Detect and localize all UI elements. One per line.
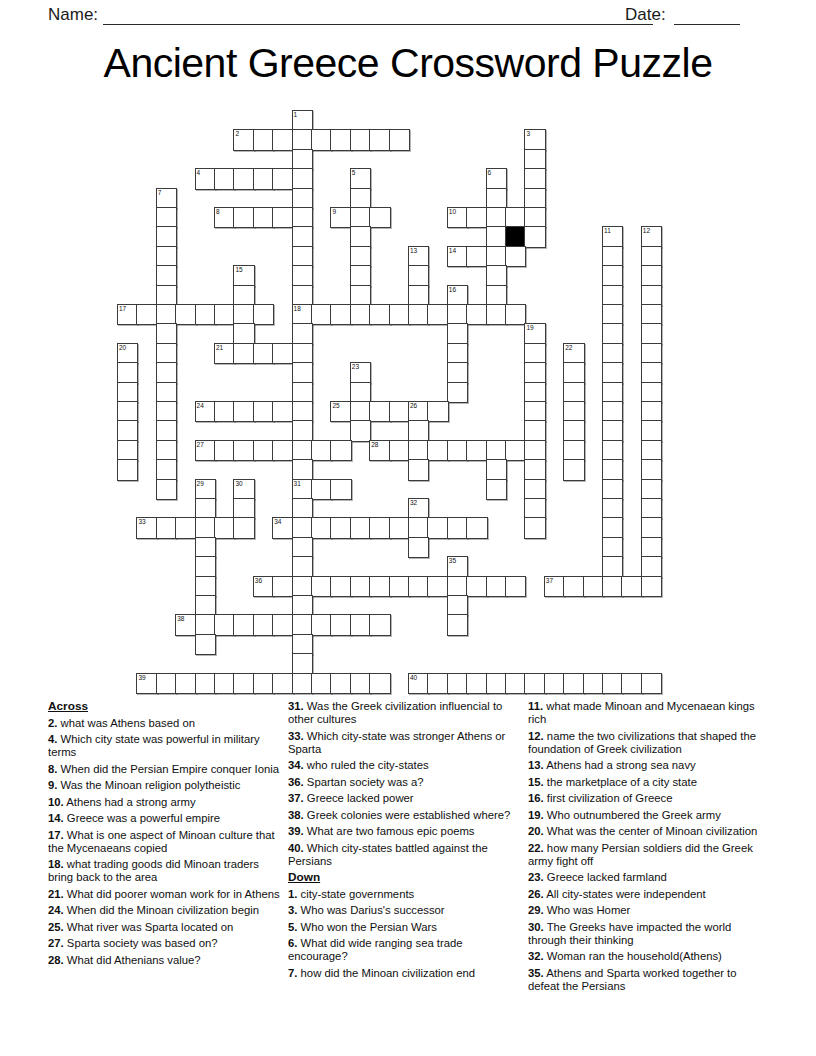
cell-r17c8[interactable] bbox=[272, 440, 293, 461]
cell-r10c4[interactable] bbox=[195, 304, 216, 325]
cell-r10c2[interactable] bbox=[156, 304, 177, 325]
cell-r8c19[interactable] bbox=[486, 265, 507, 286]
cell-r28c9[interactable] bbox=[292, 653, 313, 674]
cell-r18c23[interactable] bbox=[563, 459, 584, 480]
cell-r15c0[interactable] bbox=[117, 401, 138, 422]
cell-r24c26[interactable] bbox=[621, 576, 642, 597]
cell-r21c17[interactable] bbox=[447, 517, 468, 538]
cell-r4c19[interactable] bbox=[486, 188, 507, 209]
cell-r26c13[interactable] bbox=[369, 614, 390, 635]
cell-r15c12[interactable] bbox=[350, 401, 371, 422]
cell-r21c16[interactable] bbox=[427, 517, 448, 538]
cell-r24c23[interactable] bbox=[563, 576, 584, 597]
cell-r17c5[interactable] bbox=[214, 440, 235, 461]
cell-r11c9[interactable] bbox=[292, 323, 313, 344]
cell-r29c3[interactable] bbox=[175, 673, 196, 694]
cell-r4c2[interactable]: 7 bbox=[156, 188, 177, 209]
cell-r29c26[interactable] bbox=[621, 673, 642, 694]
cell-r29c24[interactable] bbox=[583, 673, 604, 694]
cell-r12c5[interactable]: 21 bbox=[214, 343, 235, 364]
cell-r21c10[interactable] bbox=[311, 517, 332, 538]
cell-r1c14[interactable] bbox=[389, 129, 410, 150]
cell-r7c17[interactable]: 14 bbox=[447, 246, 468, 267]
cell-r23c17[interactable]: 35 bbox=[447, 556, 468, 577]
cell-r24c4[interactable] bbox=[195, 576, 216, 597]
cell-r8c2[interactable] bbox=[156, 265, 177, 286]
cell-r8c25[interactable] bbox=[602, 265, 623, 286]
cell-r1c21[interactable]: 3 bbox=[524, 129, 545, 150]
cell-r21c25[interactable] bbox=[602, 517, 623, 538]
cell-r8c9[interactable] bbox=[292, 265, 313, 286]
cell-r22c15[interactable] bbox=[408, 537, 429, 558]
cell-r14c2[interactable] bbox=[156, 382, 177, 403]
cell-r5c6[interactable] bbox=[233, 207, 254, 228]
cell-r3c7[interactable] bbox=[253, 168, 274, 189]
cell-r26c6[interactable] bbox=[233, 614, 254, 635]
cell-r14c9[interactable] bbox=[292, 382, 313, 403]
cell-r15c23[interactable] bbox=[563, 401, 584, 422]
cell-r29c20[interactable] bbox=[505, 673, 526, 694]
cell-r9c19[interactable] bbox=[486, 285, 507, 306]
cell-r14c12[interactable] bbox=[350, 382, 371, 403]
cell-r8c27[interactable] bbox=[641, 265, 662, 286]
cell-r24c18[interactable] bbox=[466, 576, 487, 597]
cell-r29c23[interactable] bbox=[563, 673, 584, 694]
cell-r15c13[interactable] bbox=[369, 401, 390, 422]
cell-r12c23[interactable]: 22 bbox=[563, 343, 584, 364]
cell-r10c14[interactable] bbox=[389, 304, 410, 325]
cell-r24c7[interactable]: 36 bbox=[253, 576, 274, 597]
cell-r21c21[interactable] bbox=[524, 517, 545, 538]
cell-r5c13[interactable] bbox=[369, 207, 390, 228]
cell-r19c25[interactable] bbox=[602, 479, 623, 500]
cell-r11c17[interactable] bbox=[447, 323, 468, 344]
cell-r17c4[interactable]: 27 bbox=[195, 440, 216, 461]
cell-r20c6[interactable] bbox=[233, 498, 254, 519]
cell-r6c12[interactable] bbox=[350, 226, 371, 247]
cell-r12c7[interactable] bbox=[253, 343, 274, 364]
cell-r5c12[interactable] bbox=[350, 207, 371, 228]
cell-r16c12[interactable] bbox=[350, 420, 371, 441]
cell-r10c15[interactable] bbox=[408, 304, 429, 325]
cell-r29c15[interactable]: 40 bbox=[408, 673, 429, 694]
cell-r10c0[interactable]: 17 bbox=[117, 304, 138, 325]
cell-r3c9[interactable] bbox=[292, 168, 313, 189]
cell-r24c20[interactable] bbox=[505, 576, 526, 597]
cell-r15c4[interactable]: 24 bbox=[195, 401, 216, 422]
cell-r29c4[interactable] bbox=[195, 673, 216, 694]
cell-r22c27[interactable] bbox=[641, 537, 662, 558]
cell-r19c4[interactable]: 29 bbox=[195, 479, 216, 500]
cell-r26c4[interactable] bbox=[195, 614, 216, 635]
cell-r3c12[interactable]: 5 bbox=[350, 168, 371, 189]
cell-r24c13[interactable] bbox=[369, 576, 390, 597]
cell-r15c9[interactable] bbox=[292, 401, 313, 422]
cell-r26c8[interactable] bbox=[272, 614, 293, 635]
cell-r21c15[interactable] bbox=[408, 517, 429, 538]
cell-r18c21[interactable] bbox=[524, 459, 545, 480]
cell-r29c27[interactable] bbox=[641, 673, 662, 694]
cell-r17c10[interactable] bbox=[311, 440, 332, 461]
cell-r26c5[interactable] bbox=[214, 614, 235, 635]
cell-r10c18[interactable] bbox=[466, 304, 487, 325]
cell-r18c9[interactable] bbox=[292, 459, 313, 480]
cell-r10c25[interactable] bbox=[602, 304, 623, 325]
cell-r12c25[interactable] bbox=[602, 343, 623, 364]
cell-r25c4[interactable] bbox=[195, 595, 216, 616]
cell-r23c9[interactable] bbox=[292, 556, 313, 577]
cell-r4c9[interactable] bbox=[292, 188, 313, 209]
cell-r5c11[interactable]: 9 bbox=[330, 207, 351, 228]
cell-r7c12[interactable] bbox=[350, 246, 371, 267]
cell-r6c21[interactable] bbox=[524, 226, 545, 247]
cell-r10c10[interactable] bbox=[311, 304, 332, 325]
cell-r7c19[interactable] bbox=[486, 246, 507, 267]
cell-r29c10[interactable] bbox=[311, 673, 332, 694]
cell-r12c21[interactable] bbox=[524, 343, 545, 364]
cell-r5c9[interactable] bbox=[292, 207, 313, 228]
cell-r23c25[interactable] bbox=[602, 556, 623, 577]
cell-r1c8[interactable] bbox=[272, 129, 293, 150]
cell-r14c17[interactable] bbox=[447, 382, 468, 403]
cell-r22c25[interactable] bbox=[602, 537, 623, 558]
date-input-line[interactable] bbox=[674, 4, 740, 25]
cell-r19c11[interactable] bbox=[330, 479, 351, 500]
cell-r5c20[interactable] bbox=[505, 207, 526, 228]
cell-r19c19[interactable] bbox=[486, 479, 507, 500]
cell-r26c10[interactable] bbox=[311, 614, 332, 635]
cell-r11c27[interactable] bbox=[641, 323, 662, 344]
cell-r9c15[interactable] bbox=[408, 285, 429, 306]
cell-r14c25[interactable] bbox=[602, 382, 623, 403]
cell-r5c19[interactable] bbox=[486, 207, 507, 228]
cell-r24c17[interactable] bbox=[447, 576, 468, 597]
cell-r24c25[interactable] bbox=[602, 576, 623, 597]
cell-r17c19[interactable] bbox=[486, 440, 507, 461]
cell-r12c9[interactable] bbox=[292, 343, 313, 364]
cell-r17c23[interactable] bbox=[563, 440, 584, 461]
cell-r3c8[interactable] bbox=[272, 168, 293, 189]
cell-r29c11[interactable] bbox=[330, 673, 351, 694]
cell-r17c21[interactable] bbox=[524, 440, 545, 461]
cell-r18c0[interactable] bbox=[117, 459, 138, 480]
cell-r10c17[interactable] bbox=[447, 304, 468, 325]
cell-r6c9[interactable] bbox=[292, 226, 313, 247]
cell-r7c2[interactable] bbox=[156, 246, 177, 267]
cell-r24c19[interactable] bbox=[486, 576, 507, 597]
cell-r26c11[interactable] bbox=[330, 614, 351, 635]
cell-r21c18[interactable] bbox=[466, 517, 487, 538]
cell-r11c21[interactable]: 19 bbox=[524, 323, 545, 344]
cell-r26c7[interactable] bbox=[253, 614, 274, 635]
cell-r10c20[interactable] bbox=[505, 304, 526, 325]
cell-r13c12[interactable]: 23 bbox=[350, 362, 371, 383]
cell-r29c18[interactable] bbox=[466, 673, 487, 694]
cell-r21c11[interactable] bbox=[330, 517, 351, 538]
cell-r19c21[interactable] bbox=[524, 479, 545, 500]
cell-r7c27[interactable] bbox=[641, 246, 662, 267]
cell-r20c25[interactable] bbox=[602, 498, 623, 519]
cell-r6c25[interactable]: 11 bbox=[602, 226, 623, 247]
cell-r1c13[interactable] bbox=[369, 129, 390, 150]
cell-r13c2[interactable] bbox=[156, 362, 177, 383]
cell-r29c7[interactable] bbox=[253, 673, 274, 694]
cell-r17c11[interactable] bbox=[330, 440, 351, 461]
name-input-line[interactable] bbox=[103, 4, 653, 25]
cell-r5c18[interactable] bbox=[466, 207, 487, 228]
cell-r17c0[interactable] bbox=[117, 440, 138, 461]
cell-r5c21[interactable] bbox=[524, 207, 545, 228]
cell-r10c1[interactable] bbox=[136, 304, 157, 325]
cell-r29c25[interactable] bbox=[602, 673, 623, 694]
cell-r15c15[interactable]: 26 bbox=[408, 401, 429, 422]
cell-r5c8[interactable] bbox=[272, 207, 293, 228]
cell-r13c23[interactable] bbox=[563, 362, 584, 383]
cell-r29c2[interactable] bbox=[156, 673, 177, 694]
cell-r10c7[interactable] bbox=[253, 304, 274, 325]
cell-r17c7[interactable] bbox=[253, 440, 274, 461]
cell-r10c13[interactable] bbox=[369, 304, 390, 325]
cell-r15c16[interactable] bbox=[427, 401, 448, 422]
cell-r12c17[interactable] bbox=[447, 343, 468, 364]
cell-r11c25[interactable] bbox=[602, 323, 623, 344]
cell-r20c15[interactable]: 32 bbox=[408, 498, 429, 519]
cell-r21c3[interactable] bbox=[175, 517, 196, 538]
cell-r10c12[interactable] bbox=[350, 304, 371, 325]
cell-r16c0[interactable] bbox=[117, 420, 138, 441]
cell-r26c3[interactable]: 38 bbox=[175, 614, 196, 635]
cell-r9c27[interactable] bbox=[641, 285, 662, 306]
cell-r15c5[interactable] bbox=[214, 401, 235, 422]
cell-r17c2[interactable] bbox=[156, 440, 177, 461]
cell-r24c14[interactable] bbox=[389, 576, 410, 597]
cell-r16c27[interactable] bbox=[641, 420, 662, 441]
cell-r29c12[interactable] bbox=[350, 673, 371, 694]
cell-r29c13[interactable] bbox=[369, 673, 390, 694]
cell-r7c9[interactable] bbox=[292, 246, 313, 267]
cell-r1c7[interactable] bbox=[253, 129, 274, 150]
cell-r9c12[interactable] bbox=[350, 285, 371, 306]
cell-r7c18[interactable] bbox=[466, 246, 487, 267]
cell-r2c21[interactable] bbox=[524, 149, 545, 170]
cell-r10c5[interactable] bbox=[214, 304, 235, 325]
cell-r10c11[interactable] bbox=[330, 304, 351, 325]
cell-r29c22[interactable] bbox=[544, 673, 565, 694]
cell-r29c17[interactable] bbox=[447, 673, 468, 694]
cell-r12c8[interactable] bbox=[272, 343, 293, 364]
cell-r4c12[interactable] bbox=[350, 188, 371, 209]
cell-r10c6[interactable] bbox=[233, 304, 254, 325]
cell-r7c15[interactable]: 13 bbox=[408, 246, 429, 267]
cell-r20c4[interactable] bbox=[195, 498, 216, 519]
cell-r16c25[interactable] bbox=[602, 420, 623, 441]
cell-r12c6[interactable] bbox=[233, 343, 254, 364]
cell-r18c27[interactable] bbox=[641, 459, 662, 480]
cell-r21c13[interactable] bbox=[369, 517, 390, 538]
cell-r17c6[interactable] bbox=[233, 440, 254, 461]
cell-r21c9[interactable] bbox=[292, 517, 313, 538]
cell-r16c2[interactable] bbox=[156, 420, 177, 441]
cell-r10c3[interactable] bbox=[175, 304, 196, 325]
cell-r18c2[interactable] bbox=[156, 459, 177, 480]
cell-r24c12[interactable] bbox=[350, 576, 371, 597]
cell-r25c9[interactable] bbox=[292, 595, 313, 616]
cell-r3c5[interactable] bbox=[214, 168, 235, 189]
cell-r1c6[interactable]: 2 bbox=[233, 129, 254, 150]
cell-r24c9[interactable] bbox=[292, 576, 313, 597]
cell-r29c1[interactable]: 39 bbox=[136, 673, 157, 694]
cell-r10c9[interactable]: 18 bbox=[292, 304, 313, 325]
cell-r23c27[interactable] bbox=[641, 556, 662, 577]
cell-r24c8[interactable] bbox=[272, 576, 293, 597]
cell-r6c27[interactable]: 12 bbox=[641, 226, 662, 247]
cell-r26c9[interactable] bbox=[292, 614, 313, 635]
cell-r15c11[interactable]: 25 bbox=[330, 401, 351, 422]
cell-r29c9[interactable] bbox=[292, 673, 313, 694]
cell-r14c23[interactable] bbox=[563, 382, 584, 403]
cell-r17c15[interactable] bbox=[408, 440, 429, 461]
cell-r15c27[interactable] bbox=[641, 401, 662, 422]
cell-r27c9[interactable] bbox=[292, 634, 313, 655]
cell-r29c19[interactable] bbox=[486, 673, 507, 694]
cell-r23c4[interactable] bbox=[195, 556, 216, 577]
cell-r1c9[interactable] bbox=[292, 129, 313, 150]
cell-r1c12[interactable] bbox=[350, 129, 371, 150]
cell-r8c12[interactable] bbox=[350, 265, 371, 286]
cell-r14c0[interactable] bbox=[117, 382, 138, 403]
cell-r2c9[interactable] bbox=[292, 149, 313, 170]
cell-r9c25[interactable] bbox=[602, 285, 623, 306]
cell-r5c17[interactable]: 10 bbox=[447, 207, 468, 228]
cell-r20c9[interactable] bbox=[292, 498, 313, 519]
cell-r15c7[interactable] bbox=[253, 401, 274, 422]
cell-r21c6[interactable] bbox=[233, 517, 254, 538]
cell-r1c11[interactable] bbox=[330, 129, 351, 150]
cell-r13c17[interactable] bbox=[447, 362, 468, 383]
cell-r24c22[interactable]: 37 bbox=[544, 576, 565, 597]
cell-r25c17[interactable] bbox=[447, 595, 468, 616]
cell-r14c27[interactable] bbox=[641, 382, 662, 403]
cell-r17c18[interactable] bbox=[466, 440, 487, 461]
cell-r17c27[interactable] bbox=[641, 440, 662, 461]
cell-r13c25[interactable] bbox=[602, 362, 623, 383]
cell-r18c15[interactable] bbox=[408, 459, 429, 480]
cell-r21c14[interactable] bbox=[389, 517, 410, 538]
cell-r15c25[interactable] bbox=[602, 401, 623, 422]
cell-r8c6[interactable]: 15 bbox=[233, 265, 254, 286]
cell-r29c6[interactable] bbox=[233, 673, 254, 694]
cell-r15c6[interactable] bbox=[233, 401, 254, 422]
cell-r19c27[interactable] bbox=[641, 479, 662, 500]
cell-r13c27[interactable] bbox=[641, 362, 662, 383]
cell-r11c6[interactable] bbox=[233, 323, 254, 344]
cell-r1c10[interactable] bbox=[311, 129, 332, 150]
cell-r24c24[interactable] bbox=[583, 576, 604, 597]
cell-r21c2[interactable] bbox=[156, 517, 177, 538]
cell-r16c9[interactable] bbox=[292, 420, 313, 441]
cell-r8c15[interactable] bbox=[408, 265, 429, 286]
cell-r17c25[interactable] bbox=[602, 440, 623, 461]
cell-r9c2[interactable] bbox=[156, 285, 177, 306]
cell-r29c21[interactable] bbox=[524, 673, 545, 694]
cell-r7c25[interactable] bbox=[602, 246, 623, 267]
cell-r13c9[interactable] bbox=[292, 362, 313, 383]
cell-r19c10[interactable] bbox=[311, 479, 332, 500]
cell-r12c27[interactable] bbox=[641, 343, 662, 364]
cell-r5c5[interactable]: 8 bbox=[214, 207, 235, 228]
cell-r4c21[interactable] bbox=[524, 188, 545, 209]
cell-r29c16[interactable] bbox=[427, 673, 448, 694]
cell-r24c27[interactable] bbox=[641, 576, 662, 597]
cell-r19c2[interactable] bbox=[156, 479, 177, 500]
cell-r5c7[interactable] bbox=[253, 207, 274, 228]
cell-r0c9[interactable]: 1 bbox=[292, 110, 313, 131]
cell-r10c16[interactable] bbox=[427, 304, 448, 325]
cell-r26c12[interactable] bbox=[350, 614, 371, 635]
cell-r24c11[interactable] bbox=[330, 576, 351, 597]
cell-r3c6[interactable] bbox=[233, 168, 254, 189]
cell-r16c15[interactable] bbox=[408, 420, 429, 441]
cell-r19c9[interactable]: 31 bbox=[292, 479, 313, 500]
cell-r18c25[interactable] bbox=[602, 459, 623, 480]
cell-r3c4[interactable]: 4 bbox=[195, 168, 216, 189]
cell-r26c17[interactable] bbox=[447, 614, 468, 635]
cell-r12c2[interactable] bbox=[156, 343, 177, 364]
cell-r17c16[interactable] bbox=[427, 440, 448, 461]
cell-r22c9[interactable] bbox=[292, 537, 313, 558]
cell-r24c16[interactable] bbox=[427, 576, 448, 597]
cell-r24c15[interactable] bbox=[408, 576, 429, 597]
cell-r12c0[interactable]: 20 bbox=[117, 343, 138, 364]
cell-r16c23[interactable] bbox=[563, 420, 584, 441]
cell-r10c19[interactable] bbox=[486, 304, 507, 325]
cell-r15c21[interactable] bbox=[524, 401, 545, 422]
cell-r13c21[interactable] bbox=[524, 362, 545, 383]
cell-r16c21[interactable] bbox=[524, 420, 545, 441]
cell-r29c8[interactable] bbox=[272, 673, 293, 694]
cell-r21c27[interactable] bbox=[641, 517, 662, 538]
cell-r9c6[interactable] bbox=[233, 285, 254, 306]
cell-r11c2[interactable] bbox=[156, 323, 177, 344]
cell-r15c2[interactable] bbox=[156, 401, 177, 422]
cell-r13c0[interactable] bbox=[117, 362, 138, 383]
cell-r9c17[interactable]: 16 bbox=[447, 285, 468, 306]
cell-r7c20[interactable] bbox=[505, 246, 526, 267]
cell-r17c20[interactable] bbox=[505, 440, 526, 461]
cell-r10c27[interactable] bbox=[641, 304, 662, 325]
cell-r14c21[interactable] bbox=[524, 382, 545, 403]
cell-r20c21[interactable] bbox=[524, 498, 545, 519]
cell-r3c21[interactable] bbox=[524, 168, 545, 189]
cell-r17c17[interactable] bbox=[447, 440, 468, 461]
cell-r17c9[interactable] bbox=[292, 440, 313, 461]
cell-r22c4[interactable] bbox=[195, 537, 216, 558]
cell-r15c8[interactable] bbox=[272, 401, 293, 422]
cell-r21c1[interactable]: 33 bbox=[136, 517, 157, 538]
cell-r6c2[interactable] bbox=[156, 226, 177, 247]
cell-r21c12[interactable] bbox=[350, 517, 371, 538]
cell-r3c19[interactable]: 6 bbox=[486, 168, 507, 189]
cell-r21c8[interactable]: 34 bbox=[272, 517, 293, 538]
cell-r15c14[interactable] bbox=[389, 401, 410, 422]
cell-r29c5[interactable] bbox=[214, 673, 235, 694]
cell-r27c4[interactable] bbox=[195, 634, 216, 655]
cell-r6c19[interactable] bbox=[486, 226, 507, 247]
cell-r5c2[interactable] bbox=[156, 207, 177, 228]
cell-r17c13[interactable]: 28 bbox=[369, 440, 390, 461]
cell-r20c27[interactable] bbox=[641, 498, 662, 519]
cell-r17c14[interactable] bbox=[389, 440, 410, 461]
